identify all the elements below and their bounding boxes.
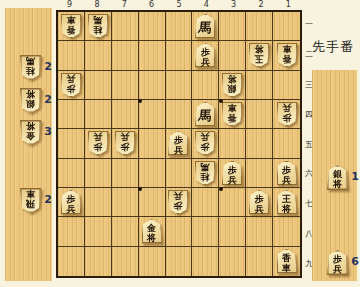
rank-label: 一 — [303, 10, 315, 40]
sente-hand-count-pawn: 6 — [348, 255, 360, 268]
piece-kanji: 兵 — [93, 132, 102, 142]
shogi-app: 桂馬2銀将2金将3飛車2 987654321 香車桂馬馬歩兵玉将香車歩兵銀将馬香… — [0, 0, 360, 287]
board-cell-6-7[interactable] — [139, 188, 166, 217]
file-labels: 987654321 — [56, 0, 302, 10]
piece-kanji: 馬 — [26, 56, 35, 66]
turn-indicator: 先手番 — [308, 38, 358, 56]
piece-kanji: 車 — [282, 263, 291, 273]
board-cell-6-5[interactable] — [139, 129, 166, 158]
file-label: 5 — [165, 0, 192, 10]
piece-gote-pawn[interactable]: 歩兵 — [114, 131, 135, 156]
file-label: 8 — [83, 0, 110, 10]
board-cell-9-6[interactable] — [58, 159, 85, 188]
board-cell-1-6[interactable]: 歩兵 — [273, 159, 300, 188]
board-cell-1-2[interactable]: 香車 — [273, 41, 300, 70]
piece-kanji: 兵 — [282, 174, 291, 184]
gote-hand-knight: 桂馬2 — [10, 55, 50, 83]
board-cell-8-4[interactable] — [85, 100, 112, 129]
board-cell-7-2[interactable] — [112, 41, 139, 70]
board-cell-9-1[interactable]: 香車 — [58, 12, 85, 41]
gote-hand-count-knight: 2 — [41, 60, 55, 73]
gote-hand-count-gold: 3 — [41, 125, 55, 138]
gote-hand-stand: 桂馬2銀将2金将3飛車2 — [5, 8, 52, 281]
board-cell-9-2[interactable] — [58, 41, 85, 70]
file-label: 9 — [56, 0, 83, 10]
board-cell-3-1[interactable] — [219, 12, 246, 41]
piece-kanji: 歩 — [228, 164, 237, 174]
piece-gote-pawn[interactable]: 歩兵 — [276, 102, 297, 127]
hoshi-dot — [138, 99, 142, 103]
board-grid: 香車桂馬馬歩兵玉将香車歩兵銀将馬香車歩兵歩兵歩兵歩兵歩兵桂馬歩兵歩兵歩兵歩兵歩兵… — [58, 12, 300, 276]
piece-kanji: 香 — [66, 25, 75, 35]
board-cell-3-5[interactable] — [219, 129, 246, 158]
board-cell-6-4[interactable] — [139, 100, 166, 129]
file-label: 6 — [138, 0, 165, 10]
file-label: 2 — [247, 0, 274, 10]
piece-kanji: 兵 — [174, 145, 183, 155]
piece-kanji: 兵 — [333, 264, 342, 274]
piece-gote-knight[interactable]: 桂馬 — [87, 14, 108, 39]
board-cell-3-2[interactable] — [219, 41, 246, 70]
board-cell-6-6[interactable] — [139, 159, 166, 188]
piece-kanji: 桂 — [201, 171, 210, 181]
piece-kanji: 歩 — [174, 135, 183, 145]
piece-kanji: 馬 — [201, 161, 210, 171]
piece-kanji: 兵 — [282, 103, 291, 113]
board-cell-8-3[interactable] — [85, 71, 112, 100]
piece-kanji: 馬 — [93, 15, 102, 25]
piece-kanji: 馬 — [198, 18, 213, 38]
board-cell-1-7[interactable]: 王将 — [273, 188, 300, 217]
piece-sente-pawn[interactable]: 歩兵 — [276, 160, 297, 185]
board-cell-7-9[interactable] — [112, 247, 139, 276]
piece-sente-pawn[interactable]: 歩兵 — [168, 131, 189, 156]
piece-kanji: 銀 — [333, 169, 342, 179]
file-label: 3 — [220, 0, 247, 10]
board-cell-2-4[interactable] — [246, 100, 273, 129]
piece-sente-pawn[interactable]: 歩兵 — [60, 190, 81, 215]
piece-gote-knight[interactable]: 桂馬 — [20, 55, 41, 80]
board-cell-9-4[interactable] — [58, 100, 85, 129]
board-cell-3-8[interactable] — [219, 217, 246, 246]
board-cell-4-4[interactable]: 馬 — [192, 100, 219, 129]
piece-kanji: 兵 — [120, 132, 129, 142]
sente-hand-stand: 銀将1歩兵6 — [312, 70, 357, 281]
board-cell-8-8[interactable] — [85, 217, 112, 246]
piece-kanji: 車 — [66, 15, 75, 25]
piece-sente-pawn[interactable]: 歩兵 — [222, 160, 243, 185]
board-cell-9-3[interactable]: 歩兵 — [58, 71, 85, 100]
piece-kanji: 将 — [333, 179, 342, 189]
board-cell-3-9[interactable] — [219, 247, 246, 276]
piece-kanji: 将 — [255, 44, 264, 54]
piece-kanji: 王 — [282, 194, 291, 204]
piece-kanji: 銀 — [26, 99, 35, 109]
board-cell-5-8[interactable] — [166, 217, 193, 246]
piece-kanji: 金 — [26, 131, 35, 141]
piece-sente-pawn[interactable]: 歩兵 — [195, 43, 216, 68]
board-cell-1-4[interactable]: 歩兵 — [273, 100, 300, 129]
board-cell-5-3[interactable] — [166, 71, 193, 100]
sente-hand-silver: 銀将1 — [317, 165, 357, 193]
piece-kanji: 香 — [282, 253, 291, 263]
piece-kanji: 兵 — [228, 174, 237, 184]
board-cell-2-1[interactable] — [246, 12, 273, 41]
board-cell-8-7[interactable] — [85, 188, 112, 217]
board-cell-4-6[interactable]: 桂馬 — [192, 159, 219, 188]
board-cell-1-8[interactable] — [273, 217, 300, 246]
piece-gote-gold[interactable]: 金将 — [20, 120, 41, 145]
piece-kanji: 歩 — [66, 83, 75, 93]
board-cell-4-3[interactable] — [192, 71, 219, 100]
piece-gote-rook[interactable]: 飛車 — [20, 188, 41, 213]
piece-kanji: 歩 — [66, 194, 75, 204]
board-cell-3-4[interactable]: 香車 — [219, 100, 246, 129]
board-cell-6-8[interactable]: 金将 — [139, 217, 166, 246]
board-cell-7-5[interactable]: 歩兵 — [112, 129, 139, 158]
board-cell-2-5[interactable] — [246, 129, 273, 158]
piece-kanji: 将 — [147, 233, 156, 243]
piece-kanji: 歩 — [201, 142, 210, 152]
piece-kanji: 桂 — [26, 66, 35, 76]
piece-sente-king[interactable]: 王将 — [276, 190, 297, 215]
piece-kanji: 歩 — [282, 113, 291, 123]
shogi-board: 香車桂馬馬歩兵玉将香車歩兵銀将馬香車歩兵歩兵歩兵歩兵歩兵桂馬歩兵歩兵歩兵歩兵歩兵… — [56, 10, 302, 278]
piece-kanji: 車 — [282, 44, 291, 54]
board-cell-5-5[interactable]: 歩兵 — [166, 129, 193, 158]
board-cell-3-3[interactable]: 銀将 — [219, 71, 246, 100]
board-cell-8-9[interactable] — [85, 247, 112, 276]
board-cell-6-9[interactable] — [139, 247, 166, 276]
piece-kanji: 香 — [282, 54, 291, 64]
piece-kanji: 兵 — [201, 57, 210, 67]
board-cell-2-3[interactable] — [246, 71, 273, 100]
piece-gote-king[interactable]: 玉将 — [249, 43, 270, 68]
piece-sente-gold[interactable]: 金将 — [141, 219, 162, 244]
board-cell-5-4[interactable] — [166, 100, 193, 129]
board-cell-7-1[interactable] — [112, 12, 139, 41]
board-cell-3-6[interactable]: 歩兵 — [219, 159, 246, 188]
piece-kanji: 銀 — [228, 83, 237, 93]
board-cell-7-6[interactable] — [112, 159, 139, 188]
piece-sente-promoted-bishop[interactable]: 馬 — [195, 14, 216, 39]
board-cell-8-6[interactable] — [85, 159, 112, 188]
board-cell-2-8[interactable] — [246, 217, 273, 246]
gote-hand-count-rook: 2 — [41, 193, 55, 206]
piece-gote-pawn[interactable]: 歩兵 — [195, 131, 216, 156]
hoshi-dot — [138, 187, 142, 191]
sente-hand-count-silver: 1 — [348, 170, 360, 183]
board-cell-9-5[interactable] — [58, 129, 85, 158]
piece-kanji: 将 — [228, 73, 237, 83]
piece-kanji: 玉 — [255, 54, 264, 64]
board-cell-9-7[interactable]: 歩兵 — [58, 188, 85, 217]
gote-hand-silver: 銀将2 — [10, 88, 50, 116]
board-cell-7-8[interactable] — [112, 217, 139, 246]
piece-kanji: 金 — [147, 223, 156, 233]
piece-kanji: 将 — [26, 121, 35, 131]
board-cell-8-1[interactable]: 桂馬 — [85, 12, 112, 41]
gote-hand-rook: 飛車2 — [10, 188, 50, 216]
piece-kanji: 車 — [228, 103, 237, 113]
piece-sente-pawn[interactable]: 歩兵 — [249, 190, 270, 215]
board-cell-5-7[interactable]: 歩兵 — [166, 188, 193, 217]
piece-kanji: 歩 — [93, 142, 102, 152]
gote-hand-gold: 金将3 — [10, 120, 50, 148]
piece-gote-lance[interactable]: 香車 — [222, 102, 243, 127]
board-cell-3-7[interactable] — [219, 188, 246, 217]
board-cell-6-1[interactable] — [139, 12, 166, 41]
board-cell-2-2[interactable]: 玉将 — [246, 41, 273, 70]
piece-kanji: 歩 — [255, 194, 264, 204]
board-cell-2-9[interactable] — [246, 247, 273, 276]
piece-sente-pawn[interactable]: 歩兵 — [327, 250, 348, 275]
piece-kanji: 飛 — [26, 199, 35, 209]
board-cell-4-9[interactable] — [192, 247, 219, 276]
gote-hand-count-silver: 2 — [41, 93, 55, 106]
board-cell-2-7[interactable]: 歩兵 — [246, 188, 273, 217]
piece-gote-lance[interactable]: 香車 — [60, 14, 81, 39]
piece-gote-knight[interactable]: 桂馬 — [195, 160, 216, 185]
piece-gote-lance[interactable]: 香車 — [276, 43, 297, 68]
piece-kanji: 将 — [282, 204, 291, 214]
piece-sente-promoted-bishop[interactable]: 馬 — [195, 102, 216, 127]
piece-kanji: 兵 — [255, 204, 264, 214]
piece-kanji: 馬 — [198, 106, 213, 126]
piece-sente-lance[interactable]: 香車 — [276, 249, 297, 274]
board-cell-1-3[interactable] — [273, 71, 300, 100]
piece-kanji: 歩 — [333, 254, 342, 264]
piece-kanji: 歩 — [174, 201, 183, 211]
piece-kanji: 兵 — [201, 132, 210, 142]
board-cell-2-6[interactable] — [246, 159, 273, 188]
board-cell-7-3[interactable] — [112, 71, 139, 100]
sente-hand-pawn: 歩兵6 — [317, 250, 357, 278]
piece-kanji: 歩 — [282, 164, 291, 174]
board-cell-6-3[interactable] — [139, 71, 166, 100]
board-cell-4-8[interactable] — [192, 217, 219, 246]
piece-gote-pawn[interactable]: 歩兵 — [168, 190, 189, 215]
piece-kanji: 将 — [26, 89, 35, 99]
board-cell-1-9[interactable]: 香車 — [273, 247, 300, 276]
piece-kanji: 歩 — [201, 47, 210, 57]
hoshi-dot — [219, 187, 223, 191]
piece-gote-silver[interactable]: 銀将 — [222, 72, 243, 97]
board-cell-6-2[interactable] — [139, 41, 166, 70]
board-cell-8-2[interactable] — [85, 41, 112, 70]
board-cell-4-5[interactable]: 歩兵 — [192, 129, 219, 158]
board-cell-7-4[interactable] — [112, 100, 139, 129]
board-cell-9-9[interactable] — [58, 247, 85, 276]
board-cell-5-2[interactable] — [166, 41, 193, 70]
piece-kanji: 兵 — [66, 73, 75, 83]
board-cell-7-7[interactable] — [112, 188, 139, 217]
board-cell-4-7[interactable] — [192, 188, 219, 217]
board-cell-1-1[interactable] — [273, 12, 300, 41]
file-label: 7 — [111, 0, 138, 10]
board-cell-5-9[interactable] — [166, 247, 193, 276]
board-cell-4-1[interactable]: 馬 — [192, 12, 219, 41]
piece-sente-silver[interactable]: 銀将 — [327, 165, 348, 190]
piece-gote-silver[interactable]: 銀将 — [20, 88, 41, 113]
piece-gote-pawn[interactable]: 歩兵 — [60, 72, 81, 97]
file-label: 4 — [193, 0, 220, 10]
board-cell-4-2[interactable]: 歩兵 — [192, 41, 219, 70]
hoshi-dot — [219, 99, 223, 103]
piece-kanji: 歩 — [120, 142, 129, 152]
board-cell-5-1[interactable] — [166, 12, 193, 41]
piece-kanji: 桂 — [93, 25, 102, 35]
piece-kanji: 香 — [228, 113, 237, 123]
board-cell-5-6[interactable] — [166, 159, 193, 188]
piece-gote-pawn[interactable]: 歩兵 — [87, 131, 108, 156]
board-cell-8-5[interactable]: 歩兵 — [85, 129, 112, 158]
board-cell-1-5[interactable] — [273, 129, 300, 158]
piece-kanji: 車 — [26, 189, 35, 199]
piece-kanji: 兵 — [174, 191, 183, 201]
file-label: 1 — [275, 0, 302, 10]
board-cell-9-8[interactable] — [58, 217, 85, 246]
piece-kanji: 兵 — [66, 204, 75, 214]
